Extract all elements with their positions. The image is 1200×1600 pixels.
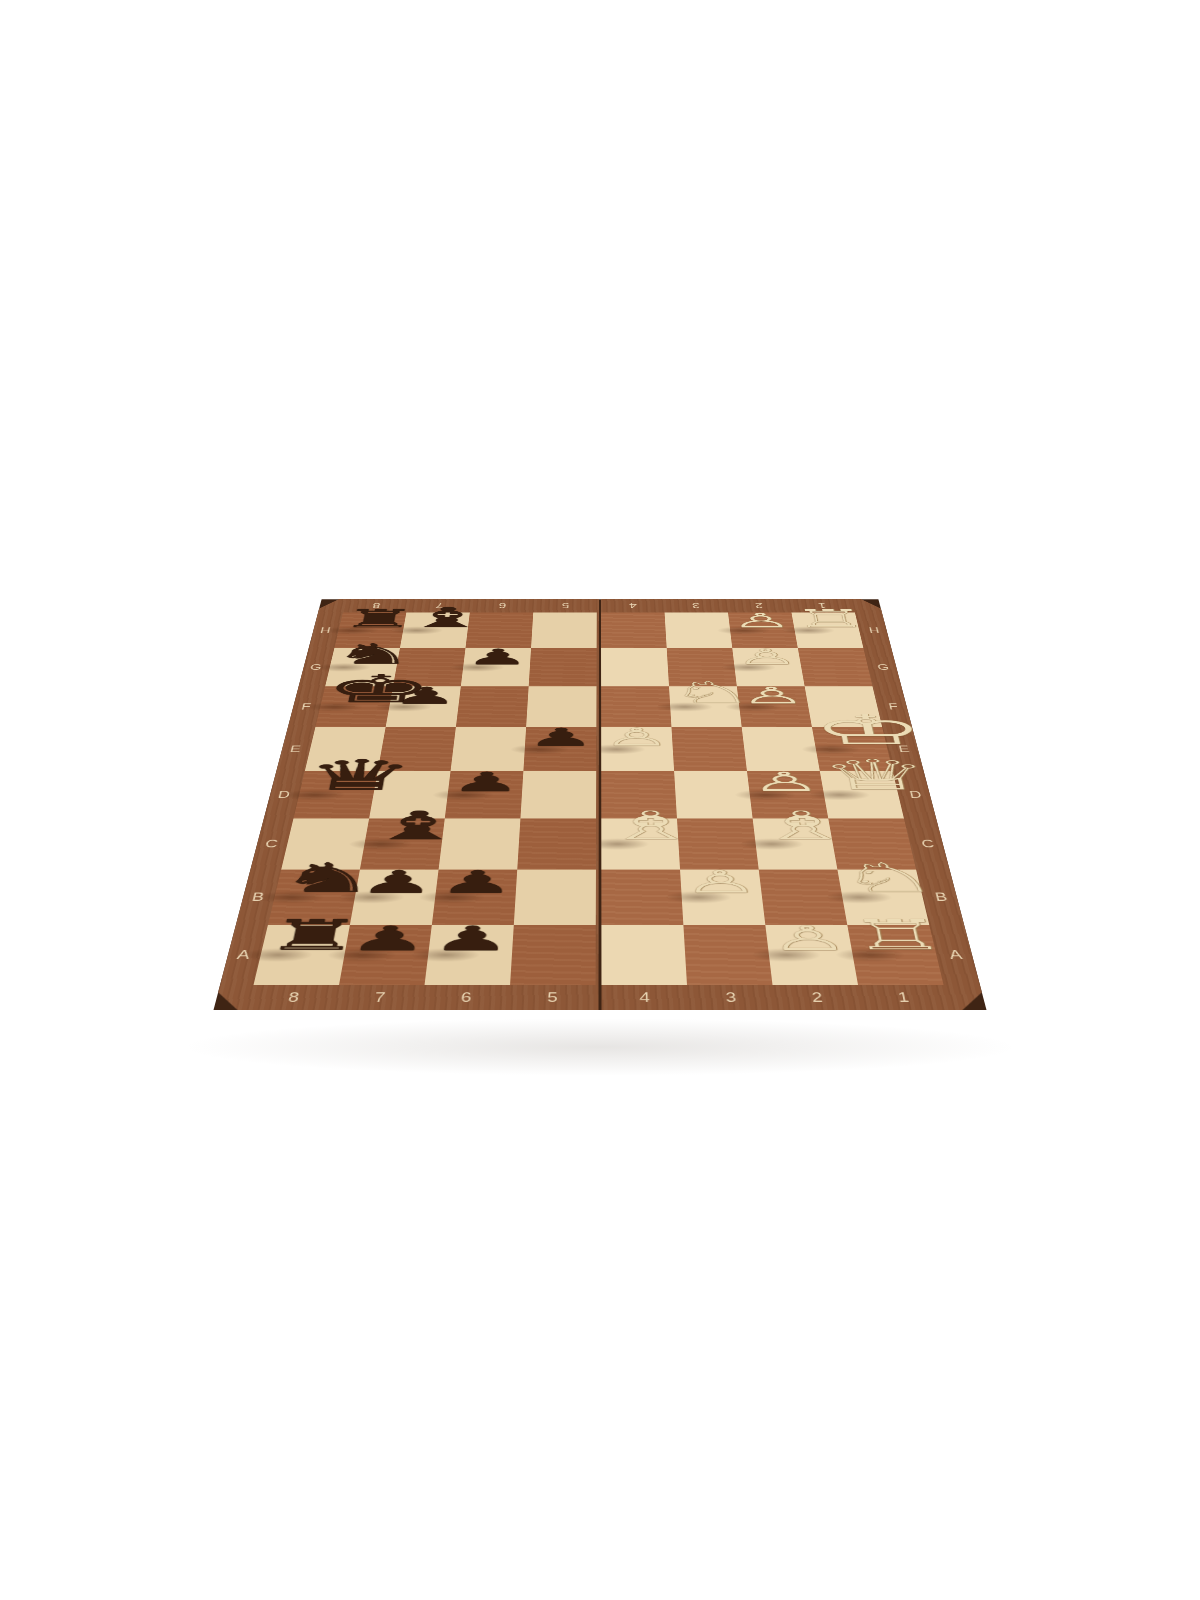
file-label-right-C: C [916,838,938,849]
square-h5 [531,612,597,648]
rank-label-front-8: 8 [281,990,306,1004]
square-h4 [601,612,667,648]
file-label-right-D: D [905,789,926,799]
rank-label-front-3: 3 [719,990,742,1004]
piece-shadow-e1 [800,744,861,754]
file-label-right-H: H [865,626,883,634]
square-c7: ♝ [360,818,445,869]
square-b5 [514,870,596,925]
rank-label-front-7: 7 [368,990,392,1004]
square-b6: ♟ [432,870,517,925]
piece-shadow-a7 [325,948,397,962]
square-d1: ♕ [820,771,904,818]
square-c1 [828,818,916,869]
square-h1: ♖ [791,612,863,648]
square-f6 [456,686,529,727]
piece-shadow-g6 [448,663,504,672]
floor-shadow [180,1018,1020,1076]
square-a6: ♟ [425,925,514,985]
file-label-right-B: B [929,890,952,902]
rank-label-front-6: 6 [455,990,478,1004]
rank-label-back-8: 8 [367,602,385,609]
square-g5 [529,648,597,686]
piece-shadow-c7 [347,838,413,850]
piece-shadow-f2 [724,702,782,711]
square-h7: ♝ [400,612,470,648]
square-d6: ♟ [445,771,524,818]
rank-label-front-1: 1 [891,990,916,1004]
square-f5 [526,686,596,727]
square-g6: ♟ [461,648,531,686]
piece-shadow-a6 [410,948,481,962]
square-d5 [520,771,596,818]
square-b3: ♙ [680,870,765,925]
rank-label-front-4: 4 [634,990,656,1004]
piece-shadow-e5 [509,744,569,754]
file-label-right-A: A [943,947,967,960]
square-h6 [465,612,533,648]
file-label-left-A: A [231,947,255,960]
product-photo-stage: ♜♝♞♟♚♟♟♛♟♝♞♟♟♜♟♟ HGFEDCBA87658765 ♙♖♙♘♙♙… [0,0,1200,1600]
square-e4: ♙ [601,727,674,771]
brass-clasp-2 [956,894,959,904]
square-e8 [305,727,386,771]
chessboard-scene: ♜♝♞♟♚♟♟♛♟♝♞♟♟♜♟♟ HGFEDCBA87658765 ♙♖♙♘♙♙… [214,246,987,1010]
square-b1: ♘ [837,870,929,925]
piece-shadow-d1 [807,789,871,800]
square-c6 [439,818,521,869]
square-f2: ♙ [737,686,812,727]
rank-label-back-2: 2 [750,602,767,609]
file-label-right-G: G [874,663,893,671]
square-f7: ♟ [386,686,461,727]
piece-shadow-b1 [824,891,893,904]
file-label-left-G: G [307,663,326,671]
square-g2: ♙ [732,648,804,686]
square-e7 [378,727,456,771]
piece-shadow-d2 [733,789,796,800]
square-f1 [805,686,883,727]
piece-shadow-h7 [389,626,444,634]
square-c5 [517,818,596,869]
file-label-left-F: F [296,702,316,711]
piece-shadow-b6 [417,891,485,904]
square-d4 [601,771,677,818]
piece-shadow-a2 [750,948,821,962]
file-label-left-H: H [316,626,334,634]
piece-shadow-h2 [716,626,770,634]
rank-label-front-5: 5 [541,990,563,1004]
rank-label-front-2: 2 [805,990,829,1004]
square-a1: ♖ [847,925,943,985]
piece-shadow-b3 [664,891,731,904]
file-label-left-D: D [273,789,294,799]
square-c4: ♗ [601,818,680,869]
rank-label-back-6: 6 [494,602,511,609]
piece-shadow-f7 [374,702,433,711]
file-label-right-F: F [883,702,903,711]
square-a5 [510,925,596,985]
piece-shadow-c2 [739,838,804,850]
square-e3 [671,727,747,771]
board-tilt: ♜♝♞♟♚♟♟♛♟♝♞♟♟♜♟♟ HGFEDCBA87658765 ♙♖♙♘♙♙… [214,599,987,1010]
folding-chessboard: ♜♝♞♟♚♟♟♛♟♝♞♟♟♜♟♟ HGFEDCBA87658765 ♙♖♙♘♙♙… [214,599,987,1010]
board-grid-right: ♙♖♙♘♙♙♔♙♕♗♗♙♘♙♖ [601,612,946,985]
square-g4 [601,648,669,686]
file-label-left-B: B [246,890,269,902]
board-right-half: ♙♖♙♘♙♙♔♙♕♗♗♙♘♙♖ HGFEDCBA43214321 [601,599,986,1010]
rank-label-back-7: 7 [431,602,448,609]
piece-shadow-d6 [431,789,494,800]
file-label-left-E: E [285,744,306,754]
square-g8: ♞ [325,648,400,686]
square-g1 [798,648,873,686]
file-label-right-E: E [894,744,914,754]
rank-label-back-5: 5 [557,602,573,609]
square-a4 [601,925,687,985]
board-grid-left: ♜♝♞♟♚♟♟♛♟♝♞♟♟♜♟♟ [253,612,598,985]
square-e1: ♔ [812,727,893,771]
rank-label-back-4: 4 [625,602,641,609]
file-label-left-C: C [260,838,282,849]
piece-shadow-g2 [720,663,776,672]
board-left-half: ♜♝♞♟♚♟♟♛♟♝♞♟♟♜♟♟ HGFEDCBA87658765 [214,599,599,1010]
brass-clasp-1 [895,662,897,669]
piece-shadow-h1 [780,626,835,634]
square-d8: ♛ [293,771,377,818]
rank-label-back-3: 3 [687,602,704,609]
piece-shadow-f3 [655,702,713,711]
piece-shadow-b7 [337,891,406,904]
rank-label-back-1: 1 [813,602,830,609]
square-e5: ♟ [523,727,596,771]
square-c2: ♗ [753,818,838,869]
